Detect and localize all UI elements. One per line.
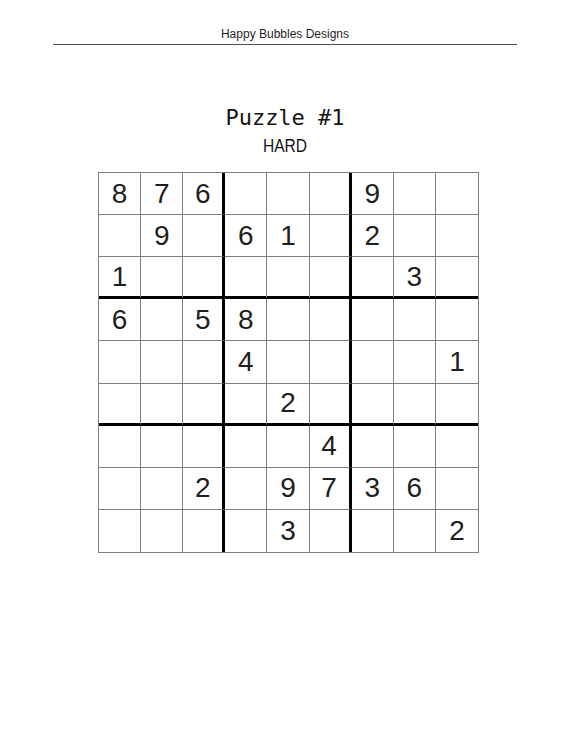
sudoku-cell-r6c8 <box>394 384 436 426</box>
sudoku-cell-r7c6: 4 <box>310 426 352 468</box>
sudoku-cell-r2c2: 9 <box>141 215 183 257</box>
sudoku-cell-r9c2 <box>141 510 183 552</box>
sudoku-cell-r9c9: 2 <box>436 510 478 552</box>
sudoku-cell-r4c1: 6 <box>99 299 141 341</box>
sudoku-cell-r4c6 <box>310 299 352 341</box>
sudoku-cell-r7c5 <box>267 426 309 468</box>
sudoku-cell-r8c2 <box>141 468 183 510</box>
sudoku-cell-r7c7 <box>352 426 394 468</box>
sudoku-cell-r1c3: 6 <box>183 173 225 215</box>
sudoku-cell-r8c9 <box>436 468 478 510</box>
sudoku-cell-r1c9 <box>436 173 478 215</box>
sudoku-cell-r2c8 <box>394 215 436 257</box>
sudoku-cell-r6c2 <box>141 384 183 426</box>
sudoku-cell-r2c6 <box>310 215 352 257</box>
sudoku-cell-r4c7 <box>352 299 394 341</box>
sudoku-cell-r1c4 <box>225 173 267 215</box>
sudoku-cell-r3c1: 1 <box>99 257 141 299</box>
sudoku-cell-r1c5 <box>267 173 309 215</box>
sudoku-cell-r5c2 <box>141 341 183 383</box>
sudoku-cell-r4c5 <box>267 299 309 341</box>
sudoku-cell-r7c8 <box>394 426 436 468</box>
sudoku-cell-r8c6: 7 <box>310 468 352 510</box>
sudoku-cell-r3c2 <box>141 257 183 299</box>
sudoku-cell-r5c4: 4 <box>225 341 267 383</box>
sudoku-cell-r9c3 <box>183 510 225 552</box>
sudoku-cell-r6c4 <box>225 384 267 426</box>
sudoku-cell-r2c9 <box>436 215 478 257</box>
difficulty-label: HARD <box>51 135 518 157</box>
sudoku-cell-r6c3 <box>183 384 225 426</box>
sudoku-cell-r9c5: 3 <box>267 510 309 552</box>
sudoku-cell-r5c6 <box>310 341 352 383</box>
sudoku-cell-r5c7 <box>352 341 394 383</box>
sudoku-cell-r1c8 <box>394 173 436 215</box>
sudoku-cell-r3c5 <box>267 257 309 299</box>
sudoku-cell-r8c4 <box>225 468 267 510</box>
sudoku-cell-r8c3: 2 <box>183 468 225 510</box>
sudoku-cell-r5c1 <box>99 341 141 383</box>
sudoku-cell-r6c6 <box>310 384 352 426</box>
sudoku-cell-r1c7: 9 <box>352 173 394 215</box>
sudoku-cell-r3c4 <box>225 257 267 299</box>
sudoku-cell-r6c5: 2 <box>267 384 309 426</box>
sudoku-cell-r3c7 <box>352 257 394 299</box>
sudoku-cell-r3c6 <box>310 257 352 299</box>
sudoku-cell-r4c8 <box>394 299 436 341</box>
sudoku-cell-r5c9: 1 <box>436 341 478 383</box>
sudoku-cell-r9c8 <box>394 510 436 552</box>
sudoku-cell-r7c1 <box>99 426 141 468</box>
sudoku-cell-r5c5 <box>267 341 309 383</box>
sudoku-cell-r9c7 <box>352 510 394 552</box>
sudoku-cell-r2c4: 6 <box>225 215 267 257</box>
sudoku-cell-r4c4: 8 <box>225 299 267 341</box>
sudoku-cell-r8c7: 3 <box>352 468 394 510</box>
sudoku-cell-r2c1 <box>99 215 141 257</box>
puzzle-page: Happy Bubbles Designs Puzzle #1 HARD 876… <box>0 0 570 738</box>
sudoku-cell-r1c1: 8 <box>99 173 141 215</box>
sudoku-cell-r9c1 <box>99 510 141 552</box>
sudoku-cell-r2c5: 1 <box>267 215 309 257</box>
sudoku-cell-r6c9 <box>436 384 478 426</box>
sudoku-cell-r7c2 <box>141 426 183 468</box>
sudoku-cell-r7c4 <box>225 426 267 468</box>
sudoku-cell-r7c9 <box>436 426 478 468</box>
sudoku-cell-r2c7: 2 <box>352 215 394 257</box>
page-header-title: Happy Bubbles Designs <box>0 27 570 41</box>
sudoku-cell-r3c3 <box>183 257 225 299</box>
sudoku-cell-r6c7 <box>352 384 394 426</box>
sudoku-cell-r9c4 <box>225 510 267 552</box>
header-rule <box>53 44 517 45</box>
puzzle-title: Puzzle #1 <box>0 105 570 130</box>
sudoku-cell-r3c9 <box>436 257 478 299</box>
sudoku-cell-r4c3: 5 <box>183 299 225 341</box>
sudoku-cell-r1c2: 7 <box>141 173 183 215</box>
sudoku-cell-r5c3 <box>183 341 225 383</box>
sudoku-cell-r9c6 <box>310 510 352 552</box>
sudoku-cell-r8c8: 6 <box>394 468 436 510</box>
sudoku-cell-r8c5: 9 <box>267 468 309 510</box>
sudoku-board: 876996121365841242973632 <box>98 172 479 553</box>
sudoku-cell-r3c8: 3 <box>394 257 436 299</box>
sudoku-cell-r2c3 <box>183 215 225 257</box>
sudoku-cell-r6c1 <box>99 384 141 426</box>
sudoku-cell-r4c2 <box>141 299 183 341</box>
sudoku-cell-r7c3 <box>183 426 225 468</box>
sudoku-cell-r1c6 <box>310 173 352 215</box>
sudoku-cell-r5c8 <box>394 341 436 383</box>
sudoku-cell-r4c9 <box>436 299 478 341</box>
sudoku-cell-r8c1 <box>99 468 141 510</box>
